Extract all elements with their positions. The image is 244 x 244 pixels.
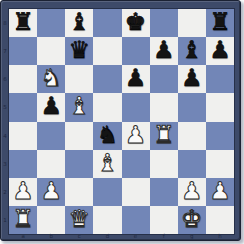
square-b8[interactable]	[37, 9, 65, 37]
square-e2[interactable]	[122, 178, 150, 206]
rank-label-6: 6	[1, 65, 9, 93]
square-h5[interactable]	[206, 93, 234, 121]
square-b2[interactable]: ♟	[37, 178, 65, 206]
square-g3[interactable]	[178, 150, 206, 178]
square-a6[interactable]	[9, 65, 37, 93]
square-f5[interactable]	[150, 93, 178, 121]
square-h1[interactable]	[206, 206, 234, 234]
white-knight[interactable]: ♞	[40, 65, 62, 92]
square-c2[interactable]	[65, 178, 93, 206]
black-rook[interactable]: ♜	[209, 9, 231, 36]
square-f4[interactable]: ♜	[150, 122, 178, 150]
square-g5[interactable]	[178, 93, 206, 121]
white-pawn[interactable]: ♟	[40, 178, 62, 205]
square-c8[interactable]: ♝	[65, 9, 93, 37]
square-a3[interactable]	[9, 150, 37, 178]
square-h2[interactable]: ♟	[206, 178, 234, 206]
file-label-g: g	[178, 232, 206, 240]
rank-label-5: 5	[1, 93, 9, 121]
square-g8[interactable]	[178, 9, 206, 37]
square-d7[interactable]	[93, 37, 121, 65]
white-pawn[interactable]: ♟	[209, 178, 231, 205]
square-f3[interactable]	[150, 150, 178, 178]
file-labels: abcdefgh	[9, 232, 234, 240]
white-bishop[interactable]: ♝	[69, 93, 91, 120]
black-queen[interactable]: ♛	[69, 37, 91, 64]
square-h7[interactable]: ♟	[206, 37, 234, 65]
square-b7[interactable]	[37, 37, 65, 65]
white-pawn[interactable]: ♟	[125, 122, 147, 149]
square-g6[interactable]: ♟	[178, 65, 206, 93]
black-bishop[interactable]: ♝	[181, 37, 203, 64]
square-b6[interactable]: ♞	[37, 65, 65, 93]
square-d8[interactable]	[93, 9, 121, 37]
black-king[interactable]: ♚	[125, 9, 147, 36]
square-b5[interactable]: ♟	[37, 93, 65, 121]
rank-label-8: 8	[1, 9, 9, 37]
square-e3[interactable]	[122, 150, 150, 178]
square-d3[interactable]: ♝	[93, 150, 121, 178]
file-label-c: c	[65, 232, 93, 240]
file-label-a: a	[9, 232, 37, 240]
rank-label-7: 7	[1, 37, 9, 65]
square-h6[interactable]	[206, 65, 234, 93]
rank-label-3: 3	[1, 150, 9, 178]
black-pawn[interactable]: ♟	[125, 65, 147, 92]
white-rook[interactable]: ♜	[12, 206, 34, 233]
chess-board: ♜♝♚♜♛♟♝♟♞♟♟♟♝♞♟♜♝♟♟♟♟♜♛♚ abcdefgh 876543…	[0, 0, 241, 241]
square-g4[interactable]	[178, 122, 206, 150]
white-rook[interactable]: ♜	[153, 122, 175, 149]
board-grid: ♜♝♚♜♛♟♝♟♞♟♟♟♝♞♟♜♝♟♟♟♟♜♛♚	[9, 9, 234, 234]
file-label-b: b	[37, 232, 65, 240]
square-d1[interactable]	[93, 206, 121, 234]
square-g7[interactable]: ♝	[178, 37, 206, 65]
square-b3[interactable]	[37, 150, 65, 178]
square-e6[interactable]: ♟	[122, 65, 150, 93]
black-pawn[interactable]: ♟	[209, 37, 231, 64]
square-e1[interactable]	[122, 206, 150, 234]
square-g2[interactable]: ♟	[178, 178, 206, 206]
square-f1[interactable]	[150, 206, 178, 234]
square-a8[interactable]: ♜	[9, 9, 37, 37]
square-c5[interactable]: ♝	[65, 93, 93, 121]
square-e8[interactable]: ♚	[122, 9, 150, 37]
black-rook[interactable]: ♜	[12, 9, 34, 36]
file-label-d: d	[93, 232, 121, 240]
rank-label-1: 1	[1, 206, 9, 234]
black-pawn[interactable]: ♟	[40, 93, 62, 120]
square-f6[interactable]	[150, 65, 178, 93]
white-pawn[interactable]: ♟	[181, 178, 203, 205]
square-d5[interactable]	[93, 93, 121, 121]
square-e4[interactable]: ♟	[122, 122, 150, 150]
square-f8[interactable]	[150, 9, 178, 37]
square-c6[interactable]	[65, 65, 93, 93]
square-a7[interactable]	[9, 37, 37, 65]
rank-labels: 87654321	[1, 9, 9, 234]
file-label-h: h	[206, 232, 234, 240]
rank-label-2: 2	[1, 178, 9, 206]
black-pawn[interactable]: ♟	[181, 65, 203, 92]
file-label-f: f	[150, 232, 178, 240]
square-h4[interactable]	[206, 122, 234, 150]
square-d6[interactable]	[93, 65, 121, 93]
square-d4[interactable]: ♞	[93, 122, 121, 150]
square-c1[interactable]: ♛	[65, 206, 93, 234]
square-h8[interactable]: ♜	[206, 9, 234, 37]
square-e7[interactable]	[122, 37, 150, 65]
square-a5[interactable]	[9, 93, 37, 121]
square-g1[interactable]: ♚	[178, 206, 206, 234]
square-h3[interactable]	[206, 150, 234, 178]
square-a2[interactable]: ♟	[9, 178, 37, 206]
square-c7[interactable]: ♛	[65, 37, 93, 65]
square-f7[interactable]: ♟	[150, 37, 178, 65]
black-pawn[interactable]: ♟	[153, 37, 175, 64]
square-a1[interactable]: ♜	[9, 206, 37, 234]
white-king[interactable]: ♚	[181, 206, 203, 233]
square-c4[interactable]	[65, 122, 93, 150]
white-queen[interactable]: ♛	[69, 206, 91, 233]
rank-label-4: 4	[1, 122, 9, 150]
white-pawn[interactable]: ♟	[12, 178, 34, 205]
file-label-e: e	[122, 232, 150, 240]
square-f2[interactable]	[150, 178, 178, 206]
black-knight[interactable]: ♞	[97, 122, 119, 149]
white-bishop[interactable]: ♝	[97, 150, 119, 177]
page: ♜♝♚♜♛♟♝♟♞♟♟♟♝♞♟♜♝♟♟♟♟♜♛♚ abcdefgh 876543…	[0, 0, 244, 244]
square-d2[interactable]	[93, 178, 121, 206]
square-c3[interactable]	[65, 150, 93, 178]
black-bishop[interactable]: ♝	[69, 9, 91, 36]
square-b1[interactable]	[37, 206, 65, 234]
square-b4[interactable]	[37, 122, 65, 150]
square-a4[interactable]	[9, 122, 37, 150]
square-e5[interactable]	[122, 93, 150, 121]
